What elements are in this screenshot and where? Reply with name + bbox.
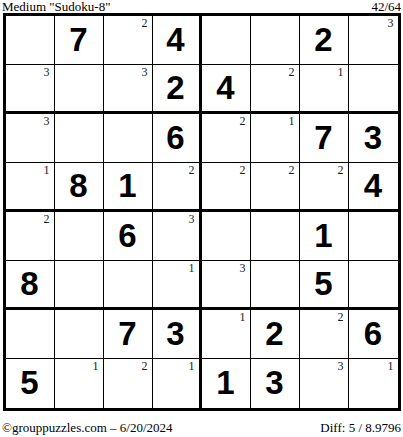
cell-r7c3[interactable]: 7: [104, 310, 153, 359]
cell-r7c4[interactable]: 3: [153, 310, 202, 359]
cell-value: 6: [118, 219, 136, 252]
cell-value: 5: [314, 267, 332, 300]
cell-r2c2[interactable]: [55, 65, 104, 114]
cell-r2c6[interactable]: 2: [251, 65, 300, 114]
corner-mark: 3: [388, 17, 394, 29]
cell-value: 1: [314, 219, 332, 252]
cell-r4c8[interactable]: 4: [349, 163, 398, 212]
cell-value: 4: [364, 169, 382, 202]
cell-value: 3: [166, 317, 184, 350]
cell-r3c6[interactable]: 1: [251, 114, 300, 163]
corner-mark: 2: [44, 213, 50, 225]
cell-r6c5[interactable]: 3: [202, 261, 251, 310]
cell-r8c1[interactable]: 5: [6, 359, 55, 408]
cell-value: 2: [265, 317, 283, 350]
cell-r5c6[interactable]: [251, 212, 300, 261]
cell-r6c4[interactable]: 1: [153, 261, 202, 310]
cell-r2c3[interactable]: 3: [104, 65, 153, 114]
cell-r6c8[interactable]: [349, 261, 398, 310]
corner-mark: 2: [142, 17, 148, 29]
header: Medium "Sudoku-8" 42/64: [0, 0, 403, 13]
puzzle-page: Medium "Sudoku-8" 42/64 7242333242136217…: [0, 0, 403, 437]
cell-r6c7[interactable]: 5: [300, 261, 349, 310]
copyright-text: ©grouppuzzles.com – 6/20/2024: [2, 421, 173, 434]
cell-r5c2[interactable]: [55, 212, 104, 261]
cell-r2c4[interactable]: 2: [153, 65, 202, 114]
cell-r1c8[interactable]: 3: [349, 16, 398, 65]
cell-r5c8[interactable]: [349, 212, 398, 261]
cell-r7c2[interactable]: [55, 310, 104, 359]
cell-value: 1: [216, 366, 234, 399]
cell-r5c5[interactable]: [202, 212, 251, 261]
cell-value: 2: [314, 23, 332, 56]
cell-r1c1[interactable]: [6, 16, 55, 65]
corner-mark: 1: [93, 360, 99, 372]
cell-value: 7: [118, 317, 136, 350]
corner-mark: 3: [338, 360, 344, 372]
cell-r7c1[interactable]: [6, 310, 55, 359]
corner-mark: 2: [289, 164, 295, 176]
puzzle-title: Medium "Sudoku-8": [2, 0, 110, 13]
cell-r6c1[interactable]: 8: [6, 261, 55, 310]
cell-r8c7[interactable]: 3: [300, 359, 349, 408]
corner-mark: 3: [142, 66, 148, 78]
cell-value: 7: [69, 23, 87, 56]
cell-r1c7[interactable]: 2: [300, 16, 349, 65]
corner-mark: 2: [289, 66, 295, 78]
cell-value: 3: [265, 366, 283, 399]
corner-mark: 3: [44, 66, 50, 78]
cell-r2c5[interactable]: 4: [202, 65, 251, 114]
corner-mark: 1: [289, 115, 295, 127]
cell-r8c2[interactable]: 1: [55, 359, 104, 408]
cell-value: 8: [69, 169, 87, 202]
corner-mark: 1: [338, 66, 344, 78]
cell-r4c4[interactable]: 2: [153, 163, 202, 212]
cell-value: 1: [118, 169, 136, 202]
cell-r8c4[interactable]: 1: [153, 359, 202, 408]
corner-mark: 1: [388, 360, 394, 372]
cell-r3c4[interactable]: 6: [153, 114, 202, 163]
corner-mark: 1: [240, 311, 246, 323]
cell-r5c3[interactable]: 6: [104, 212, 153, 261]
cell-r3c3[interactable]: [104, 114, 153, 163]
cell-r4c6[interactable]: 2: [251, 163, 300, 212]
cell-r8c3[interactable]: 2: [104, 359, 153, 408]
cell-r4c1[interactable]: 1: [6, 163, 55, 212]
corner-mark: 3: [189, 213, 195, 225]
cell-r1c3[interactable]: 2: [104, 16, 153, 65]
cell-r3c7[interactable]: 7: [300, 114, 349, 163]
corner-mark: 1: [189, 360, 195, 372]
cell-r7c8[interactable]: 6: [349, 310, 398, 359]
corner-mark: 3: [44, 115, 50, 127]
sudoku-grid: 7242333242136217318122224263181357312265…: [3, 13, 401, 411]
corner-mark: 1: [189, 262, 195, 274]
cell-r6c2[interactable]: [55, 261, 104, 310]
corner-mark: 2: [189, 164, 195, 176]
cell-r7c6[interactable]: 2: [251, 310, 300, 359]
corner-mark: 2: [142, 360, 148, 372]
cell-counter: 42/64: [371, 0, 401, 13]
cell-r4c5[interactable]: 2: [202, 163, 251, 212]
cell-r8c8[interactable]: 1: [349, 359, 398, 408]
cell-r2c1[interactable]: 3: [6, 65, 55, 114]
cell-r2c7[interactable]: 1: [300, 65, 349, 114]
cell-r5c7[interactable]: 1: [300, 212, 349, 261]
cell-value: 4: [216, 71, 234, 104]
cell-r3c2[interactable]: [55, 114, 104, 163]
cell-r1c4[interactable]: 4: [153, 16, 202, 65]
cell-r5c1[interactable]: 2: [6, 212, 55, 261]
corner-mark: 2: [240, 164, 246, 176]
corner-mark: 3: [240, 262, 246, 274]
corner-mark: 1: [44, 164, 50, 176]
cell-value: 4: [166, 23, 184, 56]
cell-value: 6: [166, 121, 184, 154]
cell-r3c8[interactable]: 3: [349, 114, 398, 163]
cell-value: 7: [314, 121, 332, 154]
cell-r7c7[interactable]: 2: [300, 310, 349, 359]
cell-r1c6[interactable]: [251, 16, 300, 65]
cell-r6c6[interactable]: [251, 261, 300, 310]
cell-r5c4[interactable]: 3: [153, 212, 202, 261]
cell-r1c5[interactable]: [202, 16, 251, 65]
cell-r7c5[interactable]: 1: [202, 310, 251, 359]
cell-value: 3: [364, 121, 382, 154]
footer: ©grouppuzzles.com – 6/20/2024 Diff: 5 / …: [0, 421, 403, 434]
cell-value: 5: [20, 366, 38, 399]
cell-value: 8: [20, 267, 38, 300]
cell-r6c3[interactable]: [104, 261, 153, 310]
difficulty-text: Diff: 5 / 8.9796: [320, 421, 401, 434]
cell-r8c5[interactable]: 1: [202, 359, 251, 408]
cell-r3c1[interactable]: 3: [6, 114, 55, 163]
cell-r4c2[interactable]: 8: [55, 163, 104, 212]
corner-mark: 2: [338, 311, 344, 323]
cell-r4c7[interactable]: 2: [300, 163, 349, 212]
cell-value: 6: [364, 317, 382, 350]
corner-mark: 2: [338, 164, 344, 176]
cell-r3c5[interactable]: 2: [202, 114, 251, 163]
cell-r8c6[interactable]: 3: [251, 359, 300, 408]
board-wrap: 7242333242136217318122224263181357312265…: [0, 13, 403, 411]
cell-r2c8[interactable]: [349, 65, 398, 114]
cell-r1c2[interactable]: 7: [55, 16, 104, 65]
cell-value: 2: [166, 71, 184, 104]
cell-r4c3[interactable]: 1: [104, 163, 153, 212]
corner-mark: 2: [240, 115, 246, 127]
